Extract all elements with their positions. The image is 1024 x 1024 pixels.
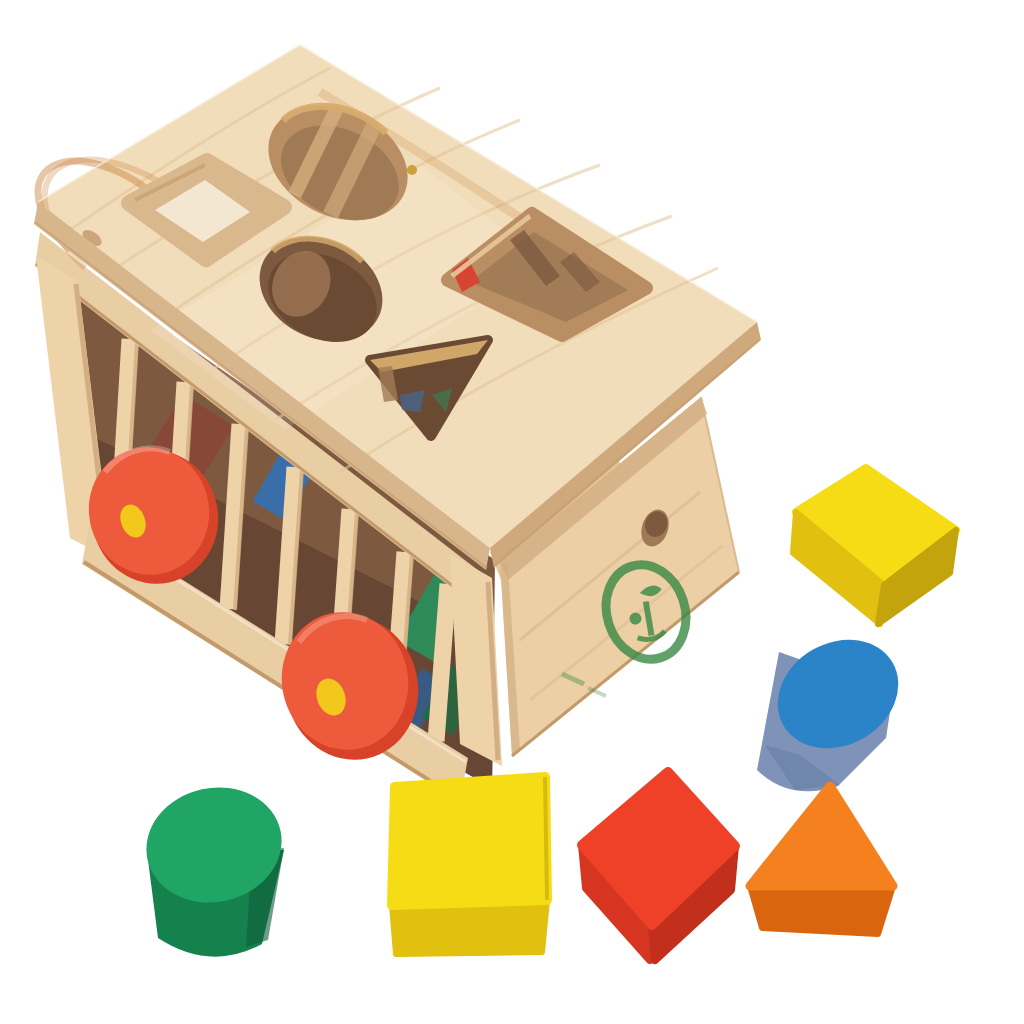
orange-prism-face xyxy=(750,786,893,886)
block-yellow-rectangular-prism xyxy=(793,468,956,624)
block-green-cylinder xyxy=(136,775,293,957)
block-yellow-cube xyxy=(392,777,547,954)
cage-bar xyxy=(436,584,448,741)
block-red-cube xyxy=(582,772,735,960)
block-blue-cylinder xyxy=(757,618,918,791)
yellow-cube-top xyxy=(392,777,547,905)
photo-stage xyxy=(0,0,1024,1024)
lid-screw-dot xyxy=(407,165,417,175)
block-orange-triangular-prism xyxy=(750,786,893,934)
yellow-cube-edge xyxy=(545,777,547,900)
shape-sorter-photo xyxy=(0,0,1024,1024)
truck xyxy=(34,45,761,801)
orange-prism-depth xyxy=(750,886,893,934)
